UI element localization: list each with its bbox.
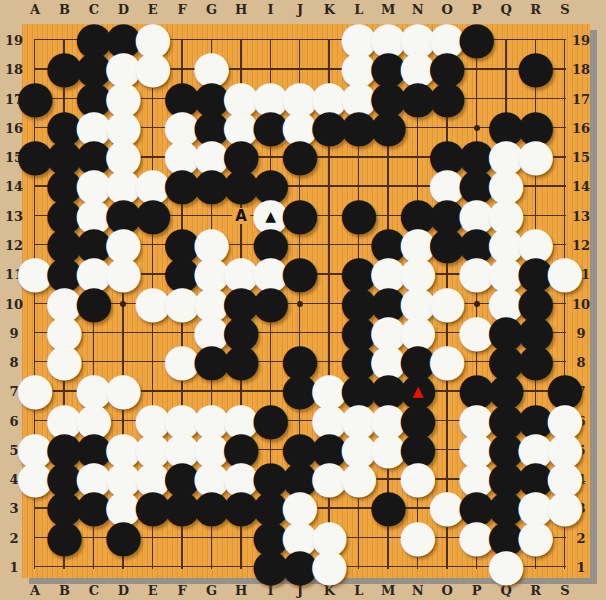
col-label-top-A: A — [30, 2, 40, 17]
row-label-left-10: 10 — [5, 296, 23, 311]
stone-white-Q1[interactable]: ● — [491, 552, 521, 582]
row-label-left-1: 1 — [9, 560, 18, 575]
row-label-right-15: 15 — [572, 150, 590, 165]
stone-white-K1[interactable]: ● — [314, 552, 344, 582]
col-label-top-B: B — [59, 2, 70, 17]
col-label-bottom-D: D — [118, 583, 129, 598]
triangle-marker-I13: ▲ — [265, 209, 276, 223]
col-label-top-F: F — [178, 2, 187, 17]
col-label-bottom-A: A — [30, 583, 40, 598]
stone-black-M16[interactable]: ● — [373, 113, 403, 143]
star-point-D10 — [120, 301, 126, 307]
col-label-bottom-N: N — [412, 583, 424, 598]
row-label-left-14: 14 — [5, 179, 23, 194]
col-label-bottom-H: H — [235, 583, 247, 598]
row-label-right-16: 16 — [572, 120, 590, 135]
row-label-left-19: 19 — [5, 33, 23, 48]
col-label-bottom-P: P — [472, 583, 482, 598]
row-label-right-14: 14 — [572, 179, 590, 194]
row-label-left-13: 13 — [5, 208, 23, 223]
row-label-right-17: 17 — [572, 91, 590, 106]
col-label-bottom-L: L — [354, 583, 363, 598]
stone-black-D2[interactable]: ● — [108, 523, 138, 553]
row-label-right-10: 10 — [572, 296, 590, 311]
triangle-marker-N7: ▲ — [412, 384, 423, 398]
col-label-bottom-S: S — [560, 583, 569, 598]
col-label-bottom-O: O — [442, 583, 453, 598]
row-label-right-2: 2 — [576, 530, 585, 545]
row-label-left-3: 3 — [9, 501, 18, 516]
col-label-bottom-F: F — [178, 583, 187, 598]
col-label-top-K: K — [324, 2, 335, 17]
row-label-right-19: 19 — [572, 33, 590, 48]
col-label-bottom-M: M — [381, 583, 395, 598]
row-label-right-13: 13 — [572, 208, 590, 223]
col-label-top-H: H — [235, 2, 247, 17]
row-label-left-2: 2 — [9, 530, 18, 545]
col-label-top-S: S — [560, 2, 569, 17]
col-label-top-I: I — [268, 2, 274, 17]
stone-black-H8[interactable]: ● — [226, 347, 256, 377]
col-label-top-G: G — [206, 2, 217, 17]
stone-black-B2[interactable]: ● — [49, 523, 79, 553]
row-label-right-9: 9 — [576, 325, 585, 340]
row-label-right-1: 1 — [576, 560, 585, 575]
row-label-left-9: 9 — [9, 325, 18, 340]
col-label-bottom-C: C — [89, 583, 99, 598]
col-label-bottom-G: G — [206, 583, 217, 598]
col-label-top-Q: Q — [500, 2, 511, 17]
star-point-J10 — [297, 301, 303, 307]
stone-black-O17[interactable]: ● — [432, 84, 462, 114]
col-label-top-J: J — [297, 2, 303, 17]
stone-white-N2[interactable]: ● — [403, 523, 433, 553]
stone-black-R18[interactable]: ● — [521, 54, 551, 84]
col-label-top-R: R — [530, 2, 541, 17]
goban: AABBCCDDEEFFGGHHIIJJKKLLMMNNOOPPQQRRSS19… — [0, 0, 606, 600]
row-label-right-18: 18 — [572, 62, 590, 77]
col-label-bottom-E: E — [148, 583, 158, 598]
label-letter-H13: A — [232, 208, 250, 224]
col-label-bottom-R: R — [530, 583, 541, 598]
col-label-bottom-B: B — [59, 583, 70, 598]
